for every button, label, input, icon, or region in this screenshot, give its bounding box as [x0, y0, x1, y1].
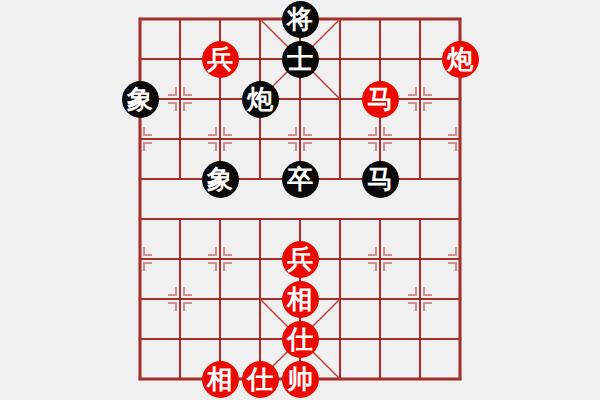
piece-red-advisor[interactable]: 仕	[242, 361, 279, 398]
piece-black-horse[interactable]: 马	[362, 161, 399, 198]
piece-black-elephant[interactable]: 象	[122, 81, 159, 118]
piece-black-general[interactable]: 将	[282, 1, 319, 38]
piece-black-advisor[interactable]: 士	[282, 41, 319, 78]
xiangqi-screen: 将士象炮象卒马兵炮马兵相仕相仕帅	[0, 0, 600, 400]
piece-black-soldier[interactable]: 卒	[282, 161, 319, 198]
piece-black-cannon[interactable]: 炮	[242, 81, 279, 118]
piece-red-soldier[interactable]: 兵	[282, 241, 319, 278]
piece-red-general[interactable]: 帅	[282, 361, 319, 398]
piece-red-advisor[interactable]: 仕	[282, 321, 319, 358]
piece-red-elephant[interactable]: 相	[202, 361, 239, 398]
piece-red-elephant[interactable]: 相	[282, 281, 319, 318]
piece-red-cannon[interactable]: 炮	[442, 41, 479, 78]
piece-grid: 将士象炮象卒马兵炮马兵相仕相仕帅	[120, 0, 480, 399]
piece-red-horse[interactable]: 马	[362, 81, 399, 118]
piece-red-soldier[interactable]: 兵	[202, 41, 239, 78]
piece-black-elephant[interactable]: 象	[202, 161, 239, 198]
